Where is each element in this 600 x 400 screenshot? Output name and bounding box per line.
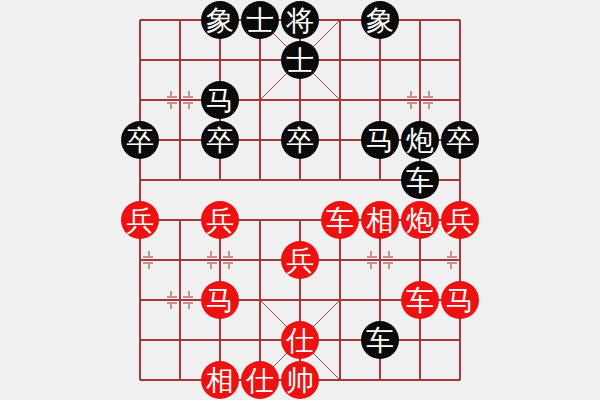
piece-black-elephant[interactable]: 象 <box>361 1 399 39</box>
piece-red-elephant[interactable]: 相 <box>361 201 399 239</box>
piece-layer: 象士将象士马卒卒卒马炮卒车兵兵车相炮兵兵马车马车仕相仕帅 <box>0 0 600 400</box>
piece-black-horse[interactable]: 马 <box>361 121 399 159</box>
piece-red-soldier[interactable]: 兵 <box>201 201 239 239</box>
piece-black-chariot[interactable]: 车 <box>361 321 399 359</box>
piece-red-advisor[interactable]: 仕 <box>281 321 319 359</box>
piece-red-elephant[interactable]: 相 <box>201 361 239 399</box>
piece-red-soldier[interactable]: 兵 <box>121 201 159 239</box>
piece-red-general[interactable]: 帅 <box>281 361 319 399</box>
piece-black-soldier[interactable]: 卒 <box>121 121 159 159</box>
piece-black-cannon[interactable]: 炮 <box>401 121 439 159</box>
piece-black-elephant[interactable]: 象 <box>201 1 239 39</box>
piece-black-chariot[interactable]: 车 <box>401 161 439 199</box>
piece-red-horse[interactable]: 马 <box>201 281 239 319</box>
piece-black-advisor[interactable]: 士 <box>241 1 279 39</box>
piece-red-horse[interactable]: 马 <box>441 281 479 319</box>
piece-black-soldier[interactable]: 卒 <box>201 121 239 159</box>
piece-red-cannon[interactable]: 炮 <box>401 201 439 239</box>
piece-black-soldier[interactable]: 卒 <box>441 121 479 159</box>
piece-red-chariot[interactable]: 车 <box>401 281 439 319</box>
xiangqi-app-canvas: 象士将象士马卒卒卒马炮卒车兵兵车相炮兵兵马车马车仕相仕帅 <box>0 0 600 400</box>
piece-black-soldier[interactable]: 卒 <box>281 121 319 159</box>
piece-red-soldier[interactable]: 兵 <box>441 201 479 239</box>
piece-red-advisor[interactable]: 仕 <box>241 361 279 399</box>
piece-red-chariot[interactable]: 车 <box>321 201 359 239</box>
piece-red-soldier[interactable]: 兵 <box>281 241 319 279</box>
piece-black-general[interactable]: 将 <box>281 1 319 39</box>
piece-black-horse[interactable]: 马 <box>201 81 239 119</box>
piece-black-advisor[interactable]: 士 <box>281 41 319 79</box>
